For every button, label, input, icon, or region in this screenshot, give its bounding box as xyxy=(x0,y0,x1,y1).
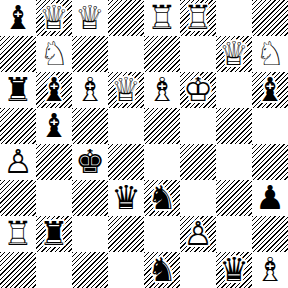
square-b4[interactable] xyxy=(36,144,72,180)
black-knight-piece: ♞︎ xyxy=(147,252,177,288)
square-h7[interactable]: ♞︎♘︎ xyxy=(252,36,288,72)
square-e7[interactable] xyxy=(144,36,180,72)
square-d6[interactable]: ♛︎♕︎ xyxy=(108,72,144,108)
black-bishop-piece: ♝︎ xyxy=(3,0,33,36)
square-c1[interactable] xyxy=(72,252,108,288)
square-h2[interactable] xyxy=(252,216,288,252)
black-rook-piece: ♜︎ xyxy=(3,72,33,108)
white-queen-piece: ♕︎ xyxy=(75,0,105,36)
square-h8[interactable] xyxy=(252,0,288,36)
square-c2[interactable] xyxy=(72,216,108,252)
white-queen-piece: ♕︎ xyxy=(219,36,249,72)
square-f4[interactable] xyxy=(180,144,216,180)
square-g2[interactable] xyxy=(216,216,252,252)
square-b5[interactable]: ♝︎♝︎ xyxy=(36,108,72,144)
square-h3[interactable]: ♟︎♟︎ xyxy=(252,180,288,216)
square-d1[interactable] xyxy=(108,252,144,288)
white-rook-piece: ♖︎ xyxy=(183,0,213,36)
white-pawn-piece: ♙︎ xyxy=(3,144,33,180)
white-pawn-piece: ♙︎ xyxy=(183,216,213,252)
square-e1[interactable]: ♞︎♞︎ xyxy=(144,252,180,288)
white-knight-piece: ♘︎ xyxy=(39,36,69,72)
square-g7[interactable]: ♛︎♕︎ xyxy=(216,36,252,72)
square-c7[interactable] xyxy=(72,36,108,72)
square-d3[interactable]: ♛︎♛︎ xyxy=(108,180,144,216)
square-b2[interactable]: ♜︎♜︎ xyxy=(36,216,72,252)
square-h6[interactable]: ♝︎♝︎ xyxy=(252,72,288,108)
white-king-piece: ♔︎ xyxy=(183,72,213,108)
square-f3[interactable] xyxy=(180,180,216,216)
square-c8[interactable]: ♛︎♕︎ xyxy=(72,0,108,36)
square-c5[interactable] xyxy=(72,108,108,144)
black-knight-piece: ♞︎ xyxy=(147,180,177,216)
white-rook-piece: ♖︎ xyxy=(147,0,177,36)
chess-board: ♝︎♝︎♛︎♕︎♛︎♕︎♜︎♖︎♜︎♖︎♞︎♘︎♛︎♕︎♞︎♘︎♜︎♜︎♝︎♝︎… xyxy=(0,0,288,288)
white-queen-piece: ♕︎ xyxy=(111,72,141,108)
square-e5[interactable] xyxy=(144,108,180,144)
square-h4[interactable] xyxy=(252,144,288,180)
black-king-piece: ♚︎ xyxy=(75,144,105,180)
square-f8[interactable]: ♜︎♖︎ xyxy=(180,0,216,36)
black-rook-piece: ♜︎ xyxy=(39,216,69,252)
square-f7[interactable] xyxy=(180,36,216,72)
square-a8[interactable]: ♝︎♝︎ xyxy=(0,0,36,36)
square-b3[interactable] xyxy=(36,180,72,216)
white-queen-piece: ♕︎ xyxy=(39,0,69,36)
black-queen-piece: ♛︎ xyxy=(219,252,249,288)
square-d5[interactable] xyxy=(108,108,144,144)
white-bishop-piece: ♗︎ xyxy=(255,252,285,288)
square-f6[interactable]: ♚︎♔︎ xyxy=(180,72,216,108)
square-a5[interactable] xyxy=(0,108,36,144)
black-bishop-piece: ♝︎ xyxy=(255,72,285,108)
white-rook-piece: ♖︎ xyxy=(3,216,33,252)
square-c6[interactable]: ♝︎♗︎ xyxy=(72,72,108,108)
square-e8[interactable]: ♜︎♖︎ xyxy=(144,0,180,36)
square-e3[interactable]: ♞︎♞︎ xyxy=(144,180,180,216)
square-f2[interactable]: ♟︎♙︎ xyxy=(180,216,216,252)
square-a1[interactable] xyxy=(0,252,36,288)
square-a2[interactable]: ♜︎♖︎ xyxy=(0,216,36,252)
square-a3[interactable] xyxy=(0,180,36,216)
white-bishop-piece: ♗︎ xyxy=(147,72,177,108)
square-g1[interactable]: ♛︎♛︎ xyxy=(216,252,252,288)
square-c4[interactable]: ♚︎♚︎ xyxy=(72,144,108,180)
square-d4[interactable] xyxy=(108,144,144,180)
black-queen-piece: ♛︎ xyxy=(111,180,141,216)
white-knight-piece: ♘︎ xyxy=(255,36,285,72)
square-a7[interactable] xyxy=(0,36,36,72)
square-d2[interactable] xyxy=(108,216,144,252)
square-g3[interactable] xyxy=(216,180,252,216)
black-bishop-piece: ♝︎ xyxy=(39,72,69,108)
square-b1[interactable] xyxy=(36,252,72,288)
square-a4[interactable]: ♟︎♙︎ xyxy=(0,144,36,180)
black-pawn-piece: ♟︎ xyxy=(255,180,285,216)
square-h1[interactable]: ♝︎♗︎ xyxy=(252,252,288,288)
square-g8[interactable] xyxy=(216,0,252,36)
square-d8[interactable] xyxy=(108,0,144,36)
black-bishop-piece: ♝︎ xyxy=(39,108,69,144)
square-g5[interactable] xyxy=(216,108,252,144)
square-c3[interactable] xyxy=(72,180,108,216)
square-e6[interactable]: ♝︎♗︎ xyxy=(144,72,180,108)
square-b7[interactable]: ♞︎♘︎ xyxy=(36,36,72,72)
square-g4[interactable] xyxy=(216,144,252,180)
square-b8[interactable]: ♛︎♕︎ xyxy=(36,0,72,36)
square-b6[interactable]: ♝︎♝︎ xyxy=(36,72,72,108)
square-f5[interactable] xyxy=(180,108,216,144)
square-e4[interactable] xyxy=(144,144,180,180)
square-d7[interactable] xyxy=(108,36,144,72)
square-e2[interactable] xyxy=(144,216,180,252)
square-g6[interactable] xyxy=(216,72,252,108)
square-h5[interactable] xyxy=(252,108,288,144)
white-bishop-piece: ♗︎ xyxy=(75,72,105,108)
square-f1[interactable] xyxy=(180,252,216,288)
square-a6[interactable]: ♜︎♜︎ xyxy=(0,72,36,108)
